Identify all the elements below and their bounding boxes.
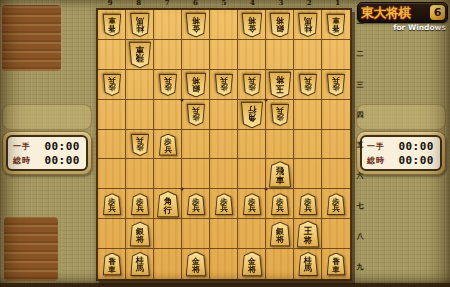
- app-logo-subtitle: for Windows: [357, 23, 446, 32]
- hoshi-dot: [265, 98, 268, 101]
- hoshi-dot: [181, 98, 184, 101]
- hoshi-dot: [181, 188, 184, 191]
- file-label: 6: [182, 0, 210, 7]
- piece-fu-gote[interactable]: 歩兵: [215, 74, 233, 96]
- piece-gyoku-gote[interactable]: 玉将: [269, 71, 292, 98]
- board-cell[interactable]: [210, 219, 238, 249]
- board-cell[interactable]: [322, 219, 350, 249]
- piece-kyo-gote[interactable]: 香車: [103, 13, 122, 36]
- move-time-label-left: 一手: [13, 141, 31, 152]
- piece-fu-gote[interactable]: 歩兵: [187, 104, 205, 126]
- clock-panel-right: 一手 00:00 総時 00:00: [356, 131, 446, 175]
- total-time-value-left: 00:00: [44, 154, 80, 167]
- piece-fu-sente[interactable]: 歩兵: [299, 193, 317, 215]
- file-label: 9: [96, 0, 124, 7]
- piece-gin-gote[interactable]: 銀将: [270, 12, 291, 37]
- piece-hi-sente[interactable]: 飛車: [269, 161, 291, 188]
- file-label: 8: [125, 0, 153, 7]
- rank-label: 五: [355, 140, 365, 150]
- piece-fu-gote[interactable]: 歩兵: [327, 74, 345, 96]
- piece-fu-sente[interactable]: 歩兵: [159, 134, 177, 156]
- board-cell[interactable]: [322, 130, 350, 160]
- board-cell[interactable]: [154, 100, 182, 130]
- piece-fu-gote[interactable]: 歩兵: [299, 74, 317, 96]
- move-time-value-left: 00:00: [44, 140, 80, 153]
- board-cell[interactable]: [154, 249, 182, 279]
- board-cell[interactable]: [210, 10, 238, 40]
- board-cell[interactable]: [238, 219, 266, 249]
- board-cell[interactable]: [98, 159, 126, 189]
- piece-fu-sente[interactable]: 歩兵: [327, 193, 345, 215]
- clock-panel-left: 一手 00:00 総時 00:00: [2, 131, 92, 175]
- piece-fu-sente[interactable]: 歩兵: [187, 193, 205, 215]
- file-label: 7: [153, 0, 181, 7]
- rank-coordinate-labels: 一二三四五六七八九: [355, 8, 365, 281]
- piece-kyo-sente[interactable]: 香車: [103, 253, 122, 276]
- file-coordinate-labels: 987654321: [96, 0, 352, 8]
- piece-tray-gote[interactable]: [2, 5, 61, 71]
- file-label: 4: [238, 0, 266, 7]
- board-cell[interactable]: [238, 130, 266, 160]
- rank-label: 三: [355, 80, 365, 90]
- board-cell[interactable]: [210, 40, 238, 70]
- hoshi-dot: [265, 188, 268, 191]
- board-cell[interactable]: [294, 159, 322, 189]
- piece-fu-sente[interactable]: 歩兵: [243, 193, 261, 215]
- piece-kin-gote[interactable]: 金将: [186, 12, 207, 37]
- piece-kyo-sente[interactable]: 香車: [327, 253, 346, 276]
- piece-kei-gote[interactable]: 桂馬: [298, 13, 318, 37]
- app-logo: 東大将棋 6: [357, 2, 448, 23]
- rank-label: 九: [355, 262, 365, 272]
- total-time-label-right: 総時: [367, 155, 385, 166]
- piece-tray-sente[interactable]: [4, 217, 58, 281]
- board-cell[interactable]: [182, 40, 210, 70]
- piece-gin-gote[interactable]: 銀将: [186, 72, 207, 97]
- board-cell[interactable]: [322, 100, 350, 130]
- piece-kin-gote[interactable]: 金将: [242, 12, 263, 37]
- board-cell[interactable]: [322, 40, 350, 70]
- piece-kaku-sente[interactable]: 角行: [157, 191, 179, 218]
- board-cell[interactable]: [266, 249, 294, 279]
- board-cell[interactable]: [154, 159, 182, 189]
- piece-fu-sente[interactable]: 歩兵: [215, 193, 233, 215]
- app-window: 東大将棋 6 for Windows 一手 00:00 総時 00:00 一手 …: [0, 0, 450, 287]
- piece-fu-gote[interactable]: 歩兵: [243, 74, 261, 96]
- piece-kaku-gote[interactable]: 角行: [241, 101, 263, 128]
- board-cell[interactable]: [210, 100, 238, 130]
- board-cell[interactable]: [98, 130, 126, 160]
- player-card-right: [356, 104, 446, 130]
- board-cell[interactable]: [126, 70, 154, 100]
- piece-kin-sente[interactable]: 金将: [186, 252, 207, 277]
- board-cell[interactable]: [266, 130, 294, 160]
- app-version-badge: 6: [430, 5, 445, 20]
- board-cell[interactable]: [294, 40, 322, 70]
- move-time-value-right: 00:00: [398, 140, 434, 153]
- rank-label: 六: [355, 171, 365, 181]
- total-time-value-right: 00:00: [398, 154, 434, 167]
- board-cell[interactable]: [238, 40, 266, 70]
- board-cell[interactable]: [126, 100, 154, 130]
- rank-label: 四: [355, 110, 365, 120]
- piece-kyo-gote[interactable]: 香車: [327, 13, 346, 36]
- piece-fu-sente[interactable]: 歩兵: [131, 193, 149, 215]
- board-cell[interactable]: [154, 10, 182, 40]
- board-cell[interactable]: [154, 219, 182, 249]
- rank-label: 八: [355, 231, 365, 241]
- board-cell[interactable]: [154, 40, 182, 70]
- piece-kei-gote[interactable]: 桂馬: [130, 13, 150, 37]
- app-logo-title: 東大将棋: [361, 6, 411, 19]
- board-cell[interactable]: [322, 159, 350, 189]
- file-label: 5: [210, 0, 238, 7]
- piece-fu-gote[interactable]: 歩兵: [103, 74, 121, 96]
- piece-fu-gote[interactable]: 歩兵: [271, 104, 289, 126]
- piece-fu-sente[interactable]: 歩兵: [271, 193, 289, 215]
- board-cell[interactable]: [98, 100, 126, 130]
- board-cell[interactable]: [210, 130, 238, 160]
- board-cell[interactable]: [126, 159, 154, 189]
- rank-label: 二: [355, 49, 365, 59]
- piece-fu-gote[interactable]: 歩兵: [131, 134, 149, 156]
- board-cell[interactable]: [210, 249, 238, 279]
- board-cell[interactable]: [294, 130, 322, 160]
- board-cell[interactable]: [98, 219, 126, 249]
- piece-kei-sente[interactable]: 桂馬: [298, 252, 318, 276]
- file-label: 3: [267, 0, 295, 7]
- total-time-label-left: 総時: [13, 155, 31, 166]
- move-time-label-right: 一手: [367, 141, 385, 152]
- board-cell[interactable]: [98, 40, 126, 70]
- board-cell[interactable]: [294, 100, 322, 130]
- piece-hi-gote[interactable]: 飛車: [129, 42, 151, 69]
- board-cell[interactable]: [182, 130, 210, 160]
- rank-label: 七: [355, 201, 365, 211]
- piece-ou-sente[interactable]: 王将: [297, 221, 320, 248]
- piece-kin-sente[interactable]: 金将: [242, 252, 263, 277]
- board-cell[interactable]: [182, 219, 210, 249]
- file-label: 2: [295, 0, 323, 7]
- board-cell[interactable]: [182, 159, 210, 189]
- file-label: 1: [324, 0, 352, 7]
- piece-fu-gote[interactable]: 歩兵: [159, 74, 177, 96]
- board-cell[interactable]: [210, 159, 238, 189]
- board-cell[interactable]: [238, 159, 266, 189]
- bottom-shadow: [0, 283, 450, 287]
- piece-fu-sente[interactable]: 歩兵: [103, 193, 121, 215]
- player-card-left: [2, 104, 92, 130]
- piece-kei-sente[interactable]: 桂馬: [130, 252, 150, 276]
- board-cell[interactable]: [266, 40, 294, 70]
- shogi-board[interactable]: 香車桂馬金将金将銀将桂馬香車飛車歩兵歩兵銀将歩兵歩兵玉将歩兵歩兵歩兵角行歩兵歩兵…: [96, 8, 352, 281]
- piece-gin-sente[interactable]: 銀将: [270, 222, 291, 247]
- rank-label: 一: [355, 19, 365, 29]
- piece-gin-sente[interactable]: 銀将: [130, 222, 151, 247]
